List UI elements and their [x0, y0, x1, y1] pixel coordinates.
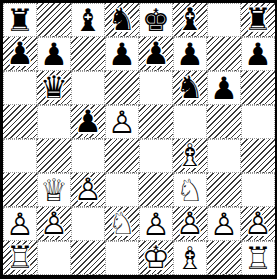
square-b7: ♟♟ [37, 37, 71, 71]
piece-white-rook-icon: ♜♖ [3, 241, 37, 274]
piece-white-pawn-icon: ♟♙ [241, 207, 275, 240]
square-e2: ♟♙ [139, 207, 173, 241]
square-g1 [207, 241, 241, 275]
piece-black-pawn-icon: ♟♟ [174, 38, 206, 70]
piece-white-pawn-icon: ♟♙ [71, 173, 105, 206]
piece-white-knight-icon: ♞♘ [174, 174, 206, 206]
square-f6: ♞♞ [173, 71, 207, 105]
square-a4 [3, 139, 37, 173]
square-d5: ♟♙ [105, 105, 139, 139]
piece-glyph: ♟ [108, 39, 136, 70]
piece-glyph: ♟ [6, 38, 34, 69]
piece-black-pawn-icon: ♟♟ [38, 38, 70, 70]
square-e4 [139, 139, 173, 173]
square-d2: ♞♘ [105, 207, 139, 241]
square-f3: ♞♘ [173, 173, 207, 207]
square-c4 [71, 139, 105, 173]
piece-white-bishop-icon: ♝♗ [173, 139, 207, 172]
piece-glyph: ♞ [108, 4, 136, 35]
square-a1: ♜♖ [3, 241, 37, 275]
square-h6 [241, 71, 275, 105]
square-g6: ♟♟ [207, 71, 241, 105]
square-e5 [139, 105, 173, 139]
piece-glyph: ♙ [108, 107, 136, 138]
square-g5 [207, 105, 241, 139]
piece-white-bishop-icon: ♝♗ [174, 242, 206, 274]
square-a5 [3, 105, 37, 139]
square-g3 [207, 173, 241, 207]
square-b6: ♛♛ [37, 71, 71, 105]
piece-white-pawn-icon: ♟♙ [106, 106, 138, 138]
piece-glyph: ♟ [176, 39, 204, 70]
chess-board: ♜♜♝♝♞♞♚♚♝♝♜♜♟♟♟♟♟♟♟♟♟♟♟♟♛♛♞♞♟♟♟♟♟♙♝♗♛♕♟♙… [3, 3, 275, 275]
square-h5 [241, 105, 275, 139]
square-f8: ♝♝ [173, 3, 207, 37]
piece-black-bishop-icon: ♝♝ [72, 4, 104, 36]
square-e6 [139, 71, 173, 105]
piece-white-king-icon: ♚♔ [139, 241, 173, 274]
piece-glyph: ♟ [244, 39, 272, 70]
square-a8: ♜♜ [3, 3, 37, 37]
square-f2: ♟♙ [173, 207, 207, 241]
piece-black-rook-icon: ♜♜ [241, 3, 275, 36]
piece-glyph: ♘ [108, 208, 136, 239]
square-d4 [105, 139, 139, 173]
piece-black-knight-icon: ♞♞ [173, 71, 207, 104]
piece-glyph: ♙ [40, 208, 68, 239]
piece-glyph: ♗ [176, 140, 204, 171]
piece-black-bishop-icon: ♝♝ [173, 3, 207, 36]
square-a7: ♟♟ [3, 37, 37, 71]
piece-glyph: ♟ [40, 39, 68, 70]
piece-glyph: ♖ [6, 242, 34, 273]
square-b5 [37, 105, 71, 139]
piece-white-pawn-icon: ♟♙ [4, 208, 36, 240]
piece-glyph: ♙ [244, 208, 272, 239]
piece-glyph: ♝ [74, 5, 102, 36]
square-h1: ♜♖ [241, 241, 275, 275]
square-e1: ♚♔ [139, 241, 173, 275]
square-f7: ♟♟ [173, 37, 207, 71]
piece-glyph: ♙ [142, 209, 170, 240]
square-b2: ♟♙ [37, 207, 71, 241]
piece-glyph: ♟ [142, 38, 170, 69]
square-h2: ♟♙ [241, 207, 275, 241]
square-g2: ♟♙ [207, 207, 241, 241]
piece-white-pawn-icon: ♟♙ [140, 208, 172, 240]
square-c2 [71, 207, 105, 241]
piece-black-pawn-icon: ♟♟ [71, 105, 105, 138]
chess-diagram: ♜♜♝♝♞♞♚♚♝♝♜♜♟♟♟♟♟♟♟♟♟♟♟♟♛♛♞♞♟♟♟♟♟♙♝♗♛♕♟♙… [0, 0, 280, 279]
piece-white-queen-icon: ♛♕ [38, 174, 70, 206]
square-d6 [105, 71, 139, 105]
square-c5: ♟♟ [71, 105, 105, 139]
square-e3 [139, 173, 173, 207]
piece-glyph: ♛ [40, 72, 68, 103]
square-b8 [37, 3, 71, 37]
square-b4 [37, 139, 71, 173]
piece-white-knight-icon: ♞♘ [105, 207, 139, 240]
square-d1 [105, 241, 139, 275]
square-b3: ♛♕ [37, 173, 71, 207]
square-h3 [241, 173, 275, 207]
piece-glyph: ♟ [210, 73, 238, 104]
square-d7: ♟♟ [105, 37, 139, 71]
square-g4 [207, 139, 241, 173]
square-d3 [105, 173, 139, 207]
square-e7: ♟♟ [139, 37, 173, 71]
piece-glyph: ♞ [176, 72, 204, 103]
piece-glyph: ♜ [244, 4, 272, 35]
piece-glyph: ♚ [142, 5, 170, 36]
square-c7 [71, 37, 105, 71]
square-a2: ♟♙ [3, 207, 37, 241]
piece-glyph: ♙ [74, 174, 102, 205]
piece-white-pawn-icon: ♟♙ [37, 207, 71, 240]
piece-glyph: ♙ [210, 209, 238, 240]
square-a6 [3, 71, 37, 105]
piece-black-queen-icon: ♛♛ [37, 71, 71, 104]
piece-glyph: ♗ [176, 243, 204, 274]
square-e8: ♚♚ [139, 3, 173, 37]
piece-glyph: ♙ [6, 209, 34, 240]
square-g7 [207, 37, 241, 71]
chess-board-frame: ♜♜♝♝♞♞♚♚♝♝♜♜♟♟♟♟♟♟♟♟♟♟♟♟♛♛♞♞♟♟♟♟♟♙♝♗♛♕♟♙… [0, 0, 277, 279]
piece-glyph: ♕ [40, 175, 68, 206]
piece-white-pawn-icon: ♟♙ [173, 207, 207, 240]
piece-white-rook-icon: ♜♖ [242, 242, 274, 274]
piece-white-pawn-icon: ♟♙ [208, 208, 240, 240]
piece-black-pawn-icon: ♟♟ [106, 38, 138, 70]
piece-black-king-icon: ♚♚ [140, 4, 172, 36]
square-f5 [173, 105, 207, 139]
piece-glyph: ♜ [6, 5, 34, 36]
square-b1 [37, 241, 71, 275]
piece-glyph: ♟ [74, 106, 102, 137]
piece-glyph: ♖ [244, 243, 272, 274]
piece-black-pawn-icon: ♟♟ [139, 37, 173, 70]
square-c8: ♝♝ [71, 3, 105, 37]
square-h4 [241, 139, 275, 173]
square-f1: ♝♗ [173, 241, 207, 275]
piece-black-rook-icon: ♜♜ [4, 4, 36, 36]
piece-black-pawn-icon: ♟♟ [3, 37, 37, 70]
piece-glyph: ♙ [176, 208, 204, 239]
square-h7: ♟♟ [241, 37, 275, 71]
square-a3 [3, 173, 37, 207]
square-h8: ♜♜ [241, 3, 275, 37]
square-g8 [207, 3, 241, 37]
square-c6 [71, 71, 105, 105]
square-c1 [71, 241, 105, 275]
square-c3: ♟♙ [71, 173, 105, 207]
piece-glyph: ♔ [142, 242, 170, 273]
piece-black-knight-icon: ♞♞ [105, 3, 139, 36]
square-f4: ♝♗ [173, 139, 207, 173]
square-d8: ♞♞ [105, 3, 139, 37]
piece-glyph: ♘ [176, 175, 204, 206]
piece-black-pawn-icon: ♟♟ [242, 38, 274, 70]
piece-black-pawn-icon: ♟♟ [208, 72, 240, 104]
piece-glyph: ♝ [176, 4, 204, 35]
